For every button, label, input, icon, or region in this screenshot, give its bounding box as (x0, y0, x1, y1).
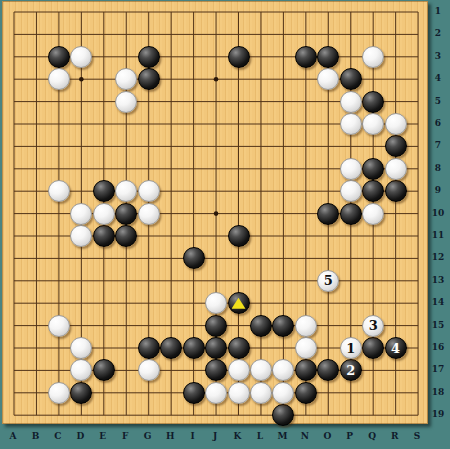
move-number-label: 3 (369, 319, 378, 332)
move-number-label: 1 (346, 342, 355, 355)
triangle-marker-icon (232, 298, 246, 309)
black-stone-c3[interactable] (48, 46, 70, 68)
black-stone-g3[interactable] (138, 46, 160, 68)
white-stone-d10[interactable] (70, 203, 92, 225)
white-stone-c18[interactable] (48, 382, 70, 404)
move-number-label: 4 (391, 342, 400, 355)
row-label-15: 15 (427, 320, 449, 330)
row-label-13: 13 (427, 275, 449, 285)
white-stone-g17[interactable] (138, 359, 160, 381)
white-stone-p6[interactable] (340, 113, 362, 135)
column-label-c: C (48, 431, 68, 441)
row-label-5: 5 (427, 96, 449, 106)
black-stone-k3[interactable] (228, 46, 250, 68)
white-stone-p16[interactable]: 1 (340, 337, 362, 359)
black-stone-p17[interactable]: 2 (340, 359, 362, 381)
move-number-label: 2 (346, 364, 355, 377)
white-stone-j18[interactable] (205, 382, 227, 404)
black-stone-i16[interactable] (183, 337, 205, 359)
black-stone-r9[interactable] (385, 180, 407, 202)
black-stone-k14[interactable] (228, 292, 250, 314)
column-label-a: A (3, 431, 23, 441)
white-stone-c9[interactable] (48, 180, 70, 202)
black-stone-k11[interactable] (228, 225, 250, 247)
white-stone-d3[interactable] (70, 46, 92, 68)
row-label-6: 6 (427, 118, 449, 128)
white-stone-c15[interactable] (48, 315, 70, 337)
white-stone-r8[interactable] (385, 158, 407, 180)
row-label-7: 7 (427, 140, 449, 150)
black-stone-k16[interactable] (228, 337, 250, 359)
column-label-n: N (295, 431, 315, 441)
black-stone-e11[interactable] (93, 225, 115, 247)
white-stone-f5[interactable] (115, 91, 137, 113)
black-stone-j15[interactable] (205, 315, 227, 337)
white-stone-l18[interactable] (250, 382, 272, 404)
column-label-f: F (115, 431, 135, 441)
white-stone-n16[interactable] (295, 337, 317, 359)
row-label-4: 4 (427, 73, 449, 83)
black-stone-n3[interactable] (295, 46, 317, 68)
column-label-e: E (93, 431, 113, 441)
column-label-l: L (250, 431, 270, 441)
black-stone-r16[interactable]: 4 (385, 337, 407, 359)
white-stone-o13[interactable]: 5 (317, 270, 339, 292)
black-stone-p4[interactable] (340, 68, 362, 90)
white-stone-g9[interactable] (138, 180, 160, 202)
white-stone-p9[interactable] (340, 180, 362, 202)
white-stone-g10[interactable] (138, 203, 160, 225)
black-stone-g16[interactable] (138, 337, 160, 359)
black-stone-e9[interactable] (93, 180, 115, 202)
black-stone-o3[interactable] (317, 46, 339, 68)
row-label-10: 10 (427, 208, 449, 218)
row-label-9: 9 (427, 185, 449, 195)
white-stone-k17[interactable] (228, 359, 250, 381)
column-label-k: K (228, 431, 248, 441)
black-stone-o10[interactable] (317, 203, 339, 225)
move-number-label: 5 (324, 274, 333, 287)
column-label-m: M (272, 431, 292, 441)
black-stone-i12[interactable] (183, 247, 205, 269)
black-stone-q8[interactable] (362, 158, 384, 180)
black-stone-g4[interactable] (138, 68, 160, 90)
row-label-11: 11 (427, 230, 449, 240)
black-stone-q5[interactable] (362, 91, 384, 113)
row-label-18: 18 (427, 387, 449, 397)
column-label-p: P (340, 431, 360, 441)
column-label-s: S (407, 431, 427, 441)
black-stone-r7[interactable] (385, 135, 407, 157)
row-label-17: 17 (427, 364, 449, 374)
white-stone-q10[interactable] (362, 203, 384, 225)
white-stone-r6[interactable] (385, 113, 407, 135)
column-label-d: D (70, 431, 90, 441)
go-board[interactable]: 42531 (2, 1, 428, 424)
white-stone-k18[interactable] (228, 382, 250, 404)
row-label-3: 3 (427, 51, 449, 61)
black-stone-n18[interactable] (295, 382, 317, 404)
white-stone-n15[interactable] (295, 315, 317, 337)
row-label-14: 14 (427, 297, 449, 307)
white-stone-p5[interactable] (340, 91, 362, 113)
row-label-19: 19 (427, 409, 449, 419)
black-stone-m15[interactable] (272, 315, 294, 337)
row-label-12: 12 (427, 252, 449, 262)
white-stone-p8[interactable] (340, 158, 362, 180)
white-stone-e10[interactable] (93, 203, 115, 225)
black-stone-p10[interactable] (340, 203, 362, 225)
go-app-window: 42531 ABCDEFGHIJKLMNOPQRS 12345678910111… (0, 0, 450, 449)
black-stone-h16[interactable] (160, 337, 182, 359)
black-stone-d18[interactable] (70, 382, 92, 404)
black-stone-f10[interactable] (115, 203, 137, 225)
column-label-h: H (160, 431, 180, 441)
row-label-2: 2 (427, 28, 449, 38)
row-label-8: 8 (427, 163, 449, 173)
white-stone-q3[interactable] (362, 46, 384, 68)
column-label-q: Q (362, 431, 382, 441)
column-label-g: G (138, 431, 158, 441)
white-stone-c4[interactable] (48, 68, 70, 90)
white-stone-q15[interactable]: 3 (362, 315, 384, 337)
black-stone-i18[interactable] (183, 382, 205, 404)
column-label-j: J (205, 431, 225, 441)
row-label-1: 1 (427, 6, 449, 16)
column-label-b: B (25, 431, 45, 441)
row-label-16: 16 (427, 342, 449, 352)
column-label-o: O (317, 431, 337, 441)
column-label-i: I (183, 431, 203, 441)
column-label-r: R (385, 431, 405, 441)
black-stone-l15[interactable] (250, 315, 272, 337)
black-stone-j16[interactable] (205, 337, 227, 359)
